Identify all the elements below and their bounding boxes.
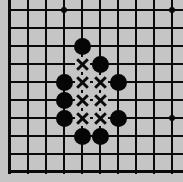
x-mark: [93, 75, 108, 90]
x-mark: [93, 93, 108, 108]
x-mark: [75, 57, 90, 72]
black-stone: [56, 92, 73, 109]
go-board[interactable]: [0, 0, 183, 182]
x-mark: [93, 111, 108, 126]
black-stone: [110, 74, 127, 91]
black-stone: [92, 56, 109, 73]
grid-line-horizontal: [8, 153, 183, 155]
grid-line-horizontal: [8, 9, 183, 11]
black-stone: [74, 38, 91, 55]
black-stone: [56, 74, 73, 91]
star-point: [169, 115, 175, 121]
x-mark: [75, 75, 90, 90]
black-stone: [56, 110, 73, 127]
board-edge-bottom: [8, 170, 183, 173]
black-stone: [110, 110, 127, 127]
star-point: [169, 7, 175, 13]
black-stone: [92, 128, 109, 145]
x-mark: [75, 111, 90, 126]
grid-line-horizontal: [8, 45, 183, 47]
black-stone: [74, 128, 91, 145]
grid-line-horizontal: [8, 27, 183, 29]
x-mark: [75, 93, 90, 108]
star-point: [61, 7, 67, 13]
